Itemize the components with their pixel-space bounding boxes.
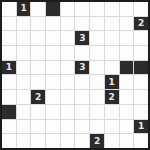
empty-cell[interactable] [61,31,75,45]
empty-cell[interactable] [61,61,75,75]
empty-cell[interactable] [31,2,45,16]
empty-cell[interactable] [120,2,134,16]
empty-cell[interactable] [61,17,75,31]
empty-cell[interactable] [90,46,104,60]
empty-cell[interactable] [75,46,89,60]
empty-cell[interactable] [31,134,45,148]
empty-cell[interactable] [90,17,104,31]
empty-cell[interactable] [31,46,45,60]
empty-cell[interactable] [17,17,31,31]
empty-cell[interactable] [2,31,16,45]
empty-cell[interactable] [120,134,134,148]
puzzle-board: 1231312212 [0,0,150,150]
empty-cell[interactable] [90,120,104,134]
black-cell [46,2,60,16]
empty-cell[interactable] [134,31,148,45]
empty-cell[interactable] [120,31,134,45]
empty-cell[interactable] [61,120,75,134]
empty-cell[interactable] [31,61,45,75]
empty-cell[interactable] [46,31,60,45]
empty-cell[interactable] [120,46,134,60]
empty-cell[interactable] [90,90,104,104]
empty-cell[interactable] [2,2,16,16]
empty-cell[interactable] [46,134,60,148]
clue-cell: 1 [105,75,119,89]
empty-cell[interactable] [90,105,104,119]
empty-cell[interactable] [120,75,134,89]
empty-cell[interactable] [17,120,31,134]
black-cell [134,61,148,75]
empty-cell[interactable] [46,105,60,119]
empty-cell[interactable] [90,61,104,75]
empty-cell[interactable] [75,120,89,134]
clue-cell: 1 [2,61,16,75]
empty-cell[interactable] [46,17,60,31]
empty-cell[interactable] [120,120,134,134]
empty-cell[interactable] [2,75,16,89]
clue-cell: 2 [105,90,119,104]
empty-cell[interactable] [31,120,45,134]
empty-cell[interactable] [90,31,104,45]
clue-cell: 3 [75,31,89,45]
empty-cell[interactable] [31,75,45,89]
empty-cell[interactable] [46,75,60,89]
empty-cell[interactable] [17,75,31,89]
empty-cell[interactable] [61,46,75,60]
empty-cell[interactable] [46,46,60,60]
empty-cell[interactable] [17,61,31,75]
empty-cell[interactable] [31,31,45,45]
empty-cell[interactable] [17,46,31,60]
black-cell [2,105,16,119]
empty-cell[interactable] [31,105,45,119]
empty-cell[interactable] [17,90,31,104]
clue-cell: 2 [90,134,104,148]
empty-cell[interactable] [134,75,148,89]
empty-cell[interactable] [17,134,31,148]
empty-cell[interactable] [2,17,16,31]
empty-cell[interactable] [134,90,148,104]
empty-cell[interactable] [61,105,75,119]
empty-cell[interactable] [46,61,60,75]
empty-cell[interactable] [2,134,16,148]
empty-cell[interactable] [120,17,134,31]
empty-cell[interactable] [105,46,119,60]
clue-cell: 2 [31,90,45,104]
empty-cell[interactable] [134,2,148,16]
empty-cell[interactable] [31,17,45,31]
empty-cell[interactable] [75,134,89,148]
empty-cell[interactable] [75,17,89,31]
empty-cell[interactable] [61,75,75,89]
empty-cell[interactable] [2,46,16,60]
empty-cell[interactable] [17,105,31,119]
clue-cell: 1 [134,120,148,134]
empty-cell[interactable] [2,90,16,104]
empty-cell[interactable] [2,120,16,134]
empty-cell[interactable] [75,75,89,89]
empty-cell[interactable] [75,105,89,119]
empty-cell[interactable] [105,31,119,45]
empty-cell[interactable] [120,90,134,104]
empty-cell[interactable] [75,90,89,104]
empty-cell[interactable] [105,120,119,134]
empty-cell[interactable] [61,134,75,148]
empty-cell[interactable] [134,46,148,60]
empty-cell[interactable] [46,90,60,104]
empty-cell[interactable] [134,134,148,148]
empty-cell[interactable] [46,120,60,134]
empty-cell[interactable] [90,2,104,16]
black-cell [120,61,134,75]
empty-cell[interactable] [90,75,104,89]
clue-cell: 3 [75,61,89,75]
empty-cell[interactable] [75,2,89,16]
empty-cell[interactable] [105,2,119,16]
empty-cell[interactable] [105,17,119,31]
clue-cell: 2 [134,17,148,31]
empty-cell[interactable] [61,90,75,104]
empty-cell[interactable] [61,2,75,16]
clue-cell: 1 [17,2,31,16]
empty-cell[interactable] [105,61,119,75]
empty-cell[interactable] [120,105,134,119]
empty-cell[interactable] [105,105,119,119]
empty-cell[interactable] [134,105,148,119]
empty-cell[interactable] [105,134,119,148]
empty-cell[interactable] [17,31,31,45]
